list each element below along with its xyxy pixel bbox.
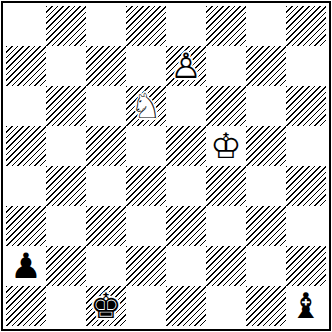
white-knight-icon: ♘ xyxy=(126,86,166,126)
square-e1[interactable] xyxy=(166,286,206,326)
square-a4[interactable] xyxy=(6,166,46,206)
square-a3[interactable] xyxy=(6,206,46,246)
square-b8[interactable] xyxy=(46,6,86,46)
square-a1[interactable] xyxy=(6,286,46,326)
square-g2[interactable] xyxy=(246,246,286,286)
square-f5[interactable]: ♚♔ xyxy=(206,126,246,166)
square-c1[interactable]: ♚ xyxy=(86,286,126,326)
square-c8[interactable] xyxy=(86,6,126,46)
square-d4[interactable] xyxy=(126,166,166,206)
square-d6[interactable]: ♞♘ xyxy=(126,86,166,126)
square-e3[interactable] xyxy=(166,206,206,246)
square-b6[interactable] xyxy=(46,86,86,126)
black-king-c1: ♚ xyxy=(86,286,126,326)
square-d3[interactable] xyxy=(126,206,166,246)
square-g7[interactable] xyxy=(246,46,286,86)
square-c7[interactable] xyxy=(86,46,126,86)
square-d8[interactable] xyxy=(126,6,166,46)
white-king-f5: ♚♔ xyxy=(206,126,246,166)
square-b1[interactable] xyxy=(46,286,86,326)
square-g5[interactable] xyxy=(246,126,286,166)
square-c4[interactable] xyxy=(86,166,126,206)
square-a8[interactable] xyxy=(6,6,46,46)
square-g4[interactable] xyxy=(246,166,286,206)
square-h5[interactable] xyxy=(286,126,326,166)
black-pawn-icon: ♟ xyxy=(6,246,46,286)
white-knight-d6: ♞♘ xyxy=(126,86,166,126)
chess-board: ♟♙♞♘♚♔♟♚♝ xyxy=(6,6,326,326)
square-b2[interactable] xyxy=(46,246,86,286)
square-a2[interactable]: ♟ xyxy=(6,246,46,286)
square-f2[interactable] xyxy=(206,246,246,286)
white-pawn-icon: ♙ xyxy=(166,46,206,86)
square-e5[interactable] xyxy=(166,126,206,166)
square-b7[interactable] xyxy=(46,46,86,86)
square-e2[interactable] xyxy=(166,246,206,286)
square-b5[interactable] xyxy=(46,126,86,166)
white-knight-fill-glyph: ♞ xyxy=(126,86,166,126)
square-f3[interactable] xyxy=(206,206,246,246)
square-g8[interactable] xyxy=(246,6,286,46)
square-c3[interactable] xyxy=(86,206,126,246)
square-h1[interactable]: ♝ xyxy=(286,286,326,326)
square-h2[interactable] xyxy=(286,246,326,286)
square-c5[interactable] xyxy=(86,126,126,166)
square-d1[interactable] xyxy=(126,286,166,326)
white-king-icon: ♔ xyxy=(206,126,246,166)
square-c2[interactable] xyxy=(86,246,126,286)
black-bishop-h1: ♝ xyxy=(286,286,326,326)
black-bishop-icon: ♝ xyxy=(286,286,326,326)
black-pawn-a2: ♟ xyxy=(6,246,46,286)
square-f6[interactable] xyxy=(206,86,246,126)
white-pawn-e7: ♟♙ xyxy=(166,46,206,86)
square-d7[interactable] xyxy=(126,46,166,86)
square-h6[interactable] xyxy=(286,86,326,126)
chess-diagram: ♟♙♞♘♚♔♟♚♝ xyxy=(1,1,331,331)
square-a6[interactable] xyxy=(6,86,46,126)
white-king-fill-glyph: ♚ xyxy=(206,126,246,166)
square-h3[interactable] xyxy=(286,206,326,246)
square-f1[interactable] xyxy=(206,286,246,326)
square-b3[interactable] xyxy=(46,206,86,246)
square-d5[interactable] xyxy=(126,126,166,166)
square-d2[interactable] xyxy=(126,246,166,286)
white-pawn-fill-glyph: ♟ xyxy=(166,46,206,86)
square-a5[interactable] xyxy=(6,126,46,166)
square-g6[interactable] xyxy=(246,86,286,126)
square-h4[interactable] xyxy=(286,166,326,206)
square-f4[interactable] xyxy=(206,166,246,206)
square-h8[interactable] xyxy=(286,6,326,46)
square-f8[interactable] xyxy=(206,6,246,46)
square-e4[interactable] xyxy=(166,166,206,206)
square-e7[interactable]: ♟♙ xyxy=(166,46,206,86)
square-b4[interactable] xyxy=(46,166,86,206)
square-g1[interactable] xyxy=(246,286,286,326)
square-f7[interactable] xyxy=(206,46,246,86)
square-g3[interactable] xyxy=(246,206,286,246)
square-a7[interactable] xyxy=(6,46,46,86)
black-king-icon: ♚ xyxy=(86,286,126,326)
square-c6[interactable] xyxy=(86,86,126,126)
square-h7[interactable] xyxy=(286,46,326,86)
square-e6[interactable] xyxy=(166,86,206,126)
square-e8[interactable] xyxy=(166,6,206,46)
